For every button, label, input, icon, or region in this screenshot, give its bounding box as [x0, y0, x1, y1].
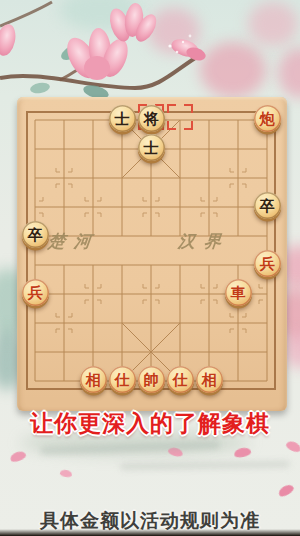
magnolia-branch-artwork: [0, 0, 300, 100]
petal: [59, 469, 72, 478]
xiangqi-board[interactable]: 楚河 汉界 士将炮士卒卒兵兵車相仕帥仕相: [17, 97, 287, 411]
pieces-layer: 士将炮士卒卒兵兵車相仕帥仕相: [35, 120, 267, 381]
piece-black-advisor[interactable]: 士: [138, 134, 165, 161]
petal: [285, 439, 300, 453]
piece-red-elephant[interactable]: 相: [196, 366, 223, 393]
brush-streak: [120, 461, 290, 471]
piece-black-advisor[interactable]: 士: [109, 105, 136, 132]
piece-black-soldier[interactable]: 卒: [254, 192, 281, 219]
piece-black-soldier[interactable]: 卒: [22, 221, 49, 248]
petal: [277, 483, 295, 499]
petal: [9, 450, 27, 464]
piece-red-elephant[interactable]: 相: [80, 366, 107, 393]
piece-red-chariot[interactable]: 車: [225, 279, 252, 306]
bottom-edge-shadow: [0, 529, 300, 536]
piece-red-advisor[interactable]: 仕: [109, 366, 136, 393]
piece-red-cannon[interactable]: 炮: [254, 105, 281, 132]
game-promo-screenshot: 楚河 汉界 士将炮士卒卒兵兵車相仕帥仕相 让你更深入的了解象棋 具体金额以活动规…: [0, 0, 300, 536]
piece-red-soldier[interactable]: 兵: [254, 250, 281, 277]
piece-red-general[interactable]: 帥: [138, 366, 165, 393]
piece-red-soldier[interactable]: 兵: [22, 279, 49, 306]
piece-red-advisor[interactable]: 仕: [167, 366, 194, 393]
promo-banner-text: 让你更深入的了解象棋: [0, 408, 300, 439]
piece-black-general[interactable]: 将: [138, 105, 165, 132]
